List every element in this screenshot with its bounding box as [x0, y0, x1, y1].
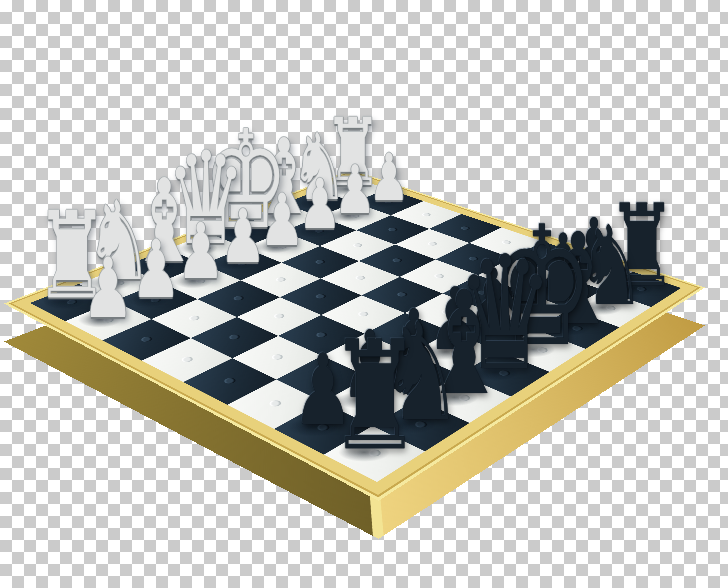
chess-set-render: ♜♟♞♟♝♟♚♟♛♟♝♟♟♞♜♟♟♜♞♟♟♝♟♚♟♛♟♝♟♞♟♜ [0, 0, 728, 588]
chess-board [30, 177, 681, 482]
